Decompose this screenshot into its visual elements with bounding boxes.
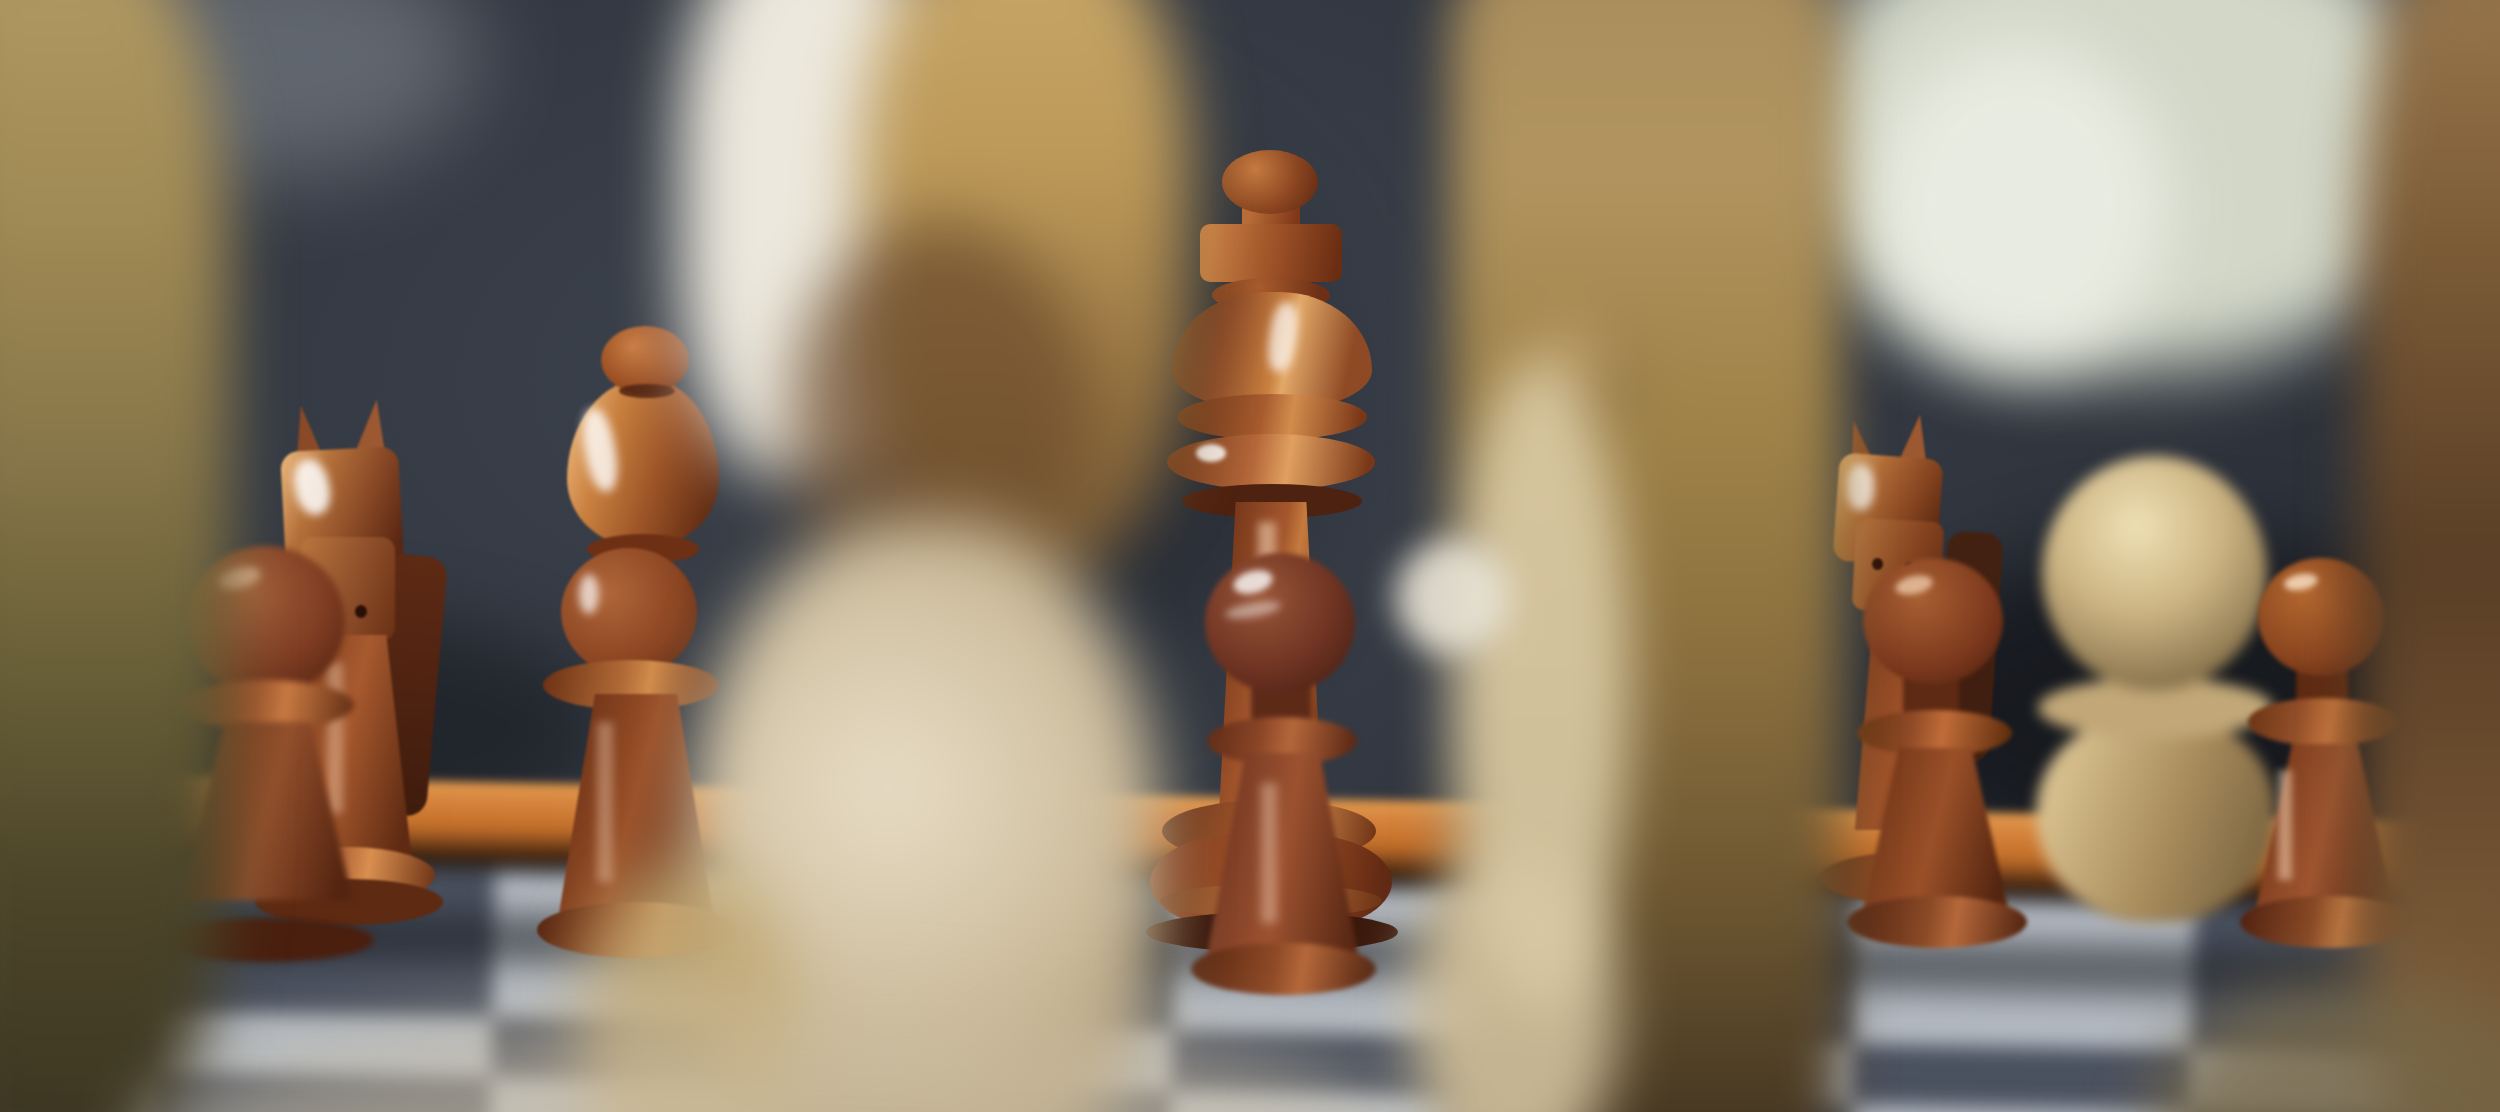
vignette-overlay [0,0,2500,1112]
chess-macro-photo: ♞ ♟ ♝ ♚ [0,0,2500,1112]
